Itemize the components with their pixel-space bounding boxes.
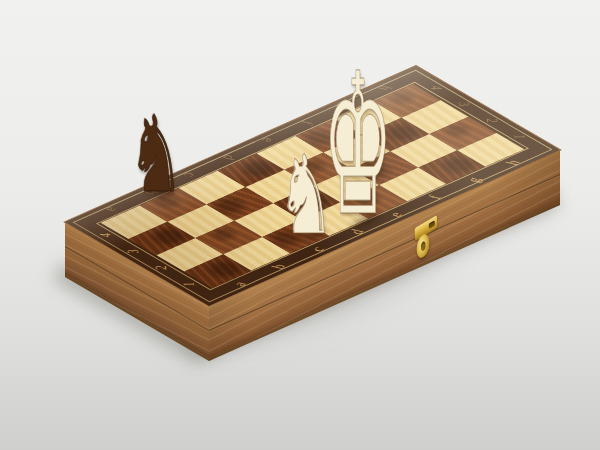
file-label-back-a: a	[103, 206, 122, 213]
rank-label-right-3: 3	[456, 102, 472, 106]
rank-label-right-2: 2	[484, 118, 500, 122]
piece-black-knight-b4[interactable]: ♞	[108, 114, 203, 197]
rank-label-right-1: 1	[512, 135, 528, 139]
rank-label-left-1: 1	[180, 282, 196, 286]
rank-label-left-4: 4	[97, 233, 113, 237]
clasp-hook	[421, 240, 426, 252]
file-label-front-a: a	[230, 280, 249, 287]
rank-label-left-2: 2	[153, 266, 169, 270]
file-label-front-h: h	[503, 159, 522, 167]
photo-scene: 44332211aabbccddeeffgghh ♞♞♚	[0, 0, 600, 450]
rank-label-left-3: 3	[125, 249, 141, 253]
file-label-front-b: b	[269, 263, 288, 271]
piece-white-king-d2[interactable]: ♚	[270, 69, 446, 222]
file-label-front-g: g	[464, 176, 483, 184]
file-label-back-d: d	[219, 153, 238, 161]
